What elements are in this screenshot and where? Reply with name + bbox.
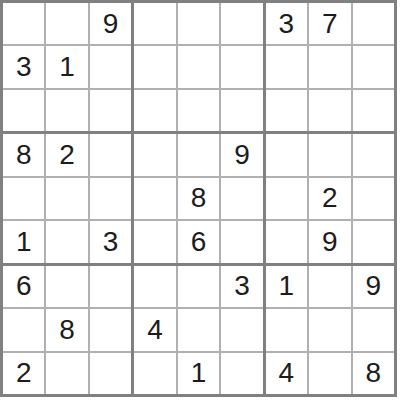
box-3-1: 682 bbox=[3, 266, 131, 394]
cell-r4c4[interactable] bbox=[134, 134, 175, 175]
cell-r8c8[interactable] bbox=[309, 309, 350, 350]
cell-r1c3[interactable]: 9 bbox=[90, 3, 131, 44]
cell-r3c6[interactable] bbox=[221, 90, 262, 131]
cell-r3c9[interactable] bbox=[353, 90, 394, 131]
cell-r6c6[interactable] bbox=[221, 221, 262, 262]
cell-r5c3[interactable] bbox=[90, 178, 131, 219]
cell-r5c4[interactable] bbox=[134, 178, 175, 219]
cell-r2c8[interactable] bbox=[309, 46, 350, 87]
cell-r7c8[interactable] bbox=[309, 266, 350, 307]
box-1-1: 931 bbox=[3, 3, 131, 131]
cell-r7c4[interactable] bbox=[134, 266, 175, 307]
cell-r8c4[interactable]: 4 bbox=[134, 309, 175, 350]
cell-r1c2[interactable] bbox=[46, 3, 87, 44]
cell-r6c3[interactable]: 3 bbox=[90, 221, 131, 262]
cell-r4c1[interactable]: 8 bbox=[3, 134, 44, 175]
cell-r1c4[interactable] bbox=[134, 3, 175, 44]
cell-r4c8[interactable] bbox=[309, 134, 350, 175]
cell-r9c6[interactable] bbox=[221, 353, 262, 394]
cell-r5c1[interactable] bbox=[3, 178, 44, 219]
cell-r2c9[interactable] bbox=[353, 46, 394, 87]
cell-r2c7[interactable] bbox=[266, 46, 307, 87]
cell-r9c5[interactable]: 1 bbox=[178, 353, 219, 394]
cell-r5c7[interactable] bbox=[266, 178, 307, 219]
cell-r4c5[interactable] bbox=[178, 134, 219, 175]
cell-r9c2[interactable] bbox=[46, 353, 87, 394]
cell-r4c3[interactable] bbox=[90, 134, 131, 175]
cell-r6c7[interactable] bbox=[266, 221, 307, 262]
cell-r1c5[interactable] bbox=[178, 3, 219, 44]
cell-r9c9[interactable]: 8 bbox=[353, 353, 394, 394]
cell-r7c5[interactable] bbox=[178, 266, 219, 307]
cell-r1c9[interactable] bbox=[353, 3, 394, 44]
box-2-2: 986 bbox=[134, 134, 262, 262]
cell-r4c7[interactable] bbox=[266, 134, 307, 175]
cell-r2c2[interactable]: 1 bbox=[46, 46, 87, 87]
cell-r2c1[interactable]: 3 bbox=[3, 46, 44, 87]
cell-r3c8[interactable] bbox=[309, 90, 350, 131]
box-1-2 bbox=[134, 3, 262, 131]
cell-r7c7[interactable]: 1 bbox=[266, 266, 307, 307]
cell-r7c6[interactable]: 3 bbox=[221, 266, 262, 307]
cell-r2c4[interactable] bbox=[134, 46, 175, 87]
cell-r3c5[interactable] bbox=[178, 90, 219, 131]
cell-r5c6[interactable] bbox=[221, 178, 262, 219]
cell-r8c7[interactable] bbox=[266, 309, 307, 350]
cell-r7c2[interactable] bbox=[46, 266, 87, 307]
cell-r5c8[interactable]: 2 bbox=[309, 178, 350, 219]
cell-r6c1[interactable]: 1 bbox=[3, 221, 44, 262]
cell-r2c5[interactable] bbox=[178, 46, 219, 87]
box-3-2: 341 bbox=[134, 266, 262, 394]
cell-r5c2[interactable] bbox=[46, 178, 87, 219]
cell-r9c1[interactable]: 2 bbox=[3, 353, 44, 394]
cell-r9c4[interactable] bbox=[134, 353, 175, 394]
cell-r4c9[interactable] bbox=[353, 134, 394, 175]
cell-r8c6[interactable] bbox=[221, 309, 262, 350]
cell-r7c3[interactable] bbox=[90, 266, 131, 307]
sudoku-board: 931378213986296823411948 bbox=[0, 0, 397, 397]
cell-r2c6[interactable] bbox=[221, 46, 262, 87]
cell-r1c7[interactable]: 3 bbox=[266, 3, 307, 44]
box-2-3: 29 bbox=[266, 134, 394, 262]
cell-r8c3[interactable] bbox=[90, 309, 131, 350]
cell-r3c1[interactable] bbox=[3, 90, 44, 131]
box-3-3: 1948 bbox=[266, 266, 394, 394]
cell-r4c6[interactable]: 9 bbox=[221, 134, 262, 175]
cell-r9c7[interactable]: 4 bbox=[266, 353, 307, 394]
cell-r3c4[interactable] bbox=[134, 90, 175, 131]
cell-r6c9[interactable] bbox=[353, 221, 394, 262]
cell-r1c8[interactable]: 7 bbox=[309, 3, 350, 44]
cell-r9c8[interactable] bbox=[309, 353, 350, 394]
cell-r8c5[interactable] bbox=[178, 309, 219, 350]
cell-r8c9[interactable] bbox=[353, 309, 394, 350]
box-1-3: 37 bbox=[266, 3, 394, 131]
cell-r3c3[interactable] bbox=[90, 90, 131, 131]
cell-r9c3[interactable] bbox=[90, 353, 131, 394]
cell-r3c2[interactable] bbox=[46, 90, 87, 131]
cell-r5c9[interactable] bbox=[353, 178, 394, 219]
cell-r3c7[interactable] bbox=[266, 90, 307, 131]
cell-r1c1[interactable] bbox=[3, 3, 44, 44]
box-2-1: 8213 bbox=[3, 134, 131, 262]
cell-r6c5[interactable]: 6 bbox=[178, 221, 219, 262]
cell-r6c2[interactable] bbox=[46, 221, 87, 262]
cell-r6c4[interactable] bbox=[134, 221, 175, 262]
cell-r6c8[interactable]: 9 bbox=[309, 221, 350, 262]
cell-r7c1[interactable]: 6 bbox=[3, 266, 44, 307]
cell-r1c6[interactable] bbox=[221, 3, 262, 44]
cell-r8c2[interactable]: 8 bbox=[46, 309, 87, 350]
cell-r8c1[interactable] bbox=[3, 309, 44, 350]
cell-r2c3[interactable] bbox=[90, 46, 131, 87]
cell-r4c2[interactable]: 2 bbox=[46, 134, 87, 175]
cell-r5c5[interactable]: 8 bbox=[178, 178, 219, 219]
cell-r7c9[interactable]: 9 bbox=[353, 266, 394, 307]
